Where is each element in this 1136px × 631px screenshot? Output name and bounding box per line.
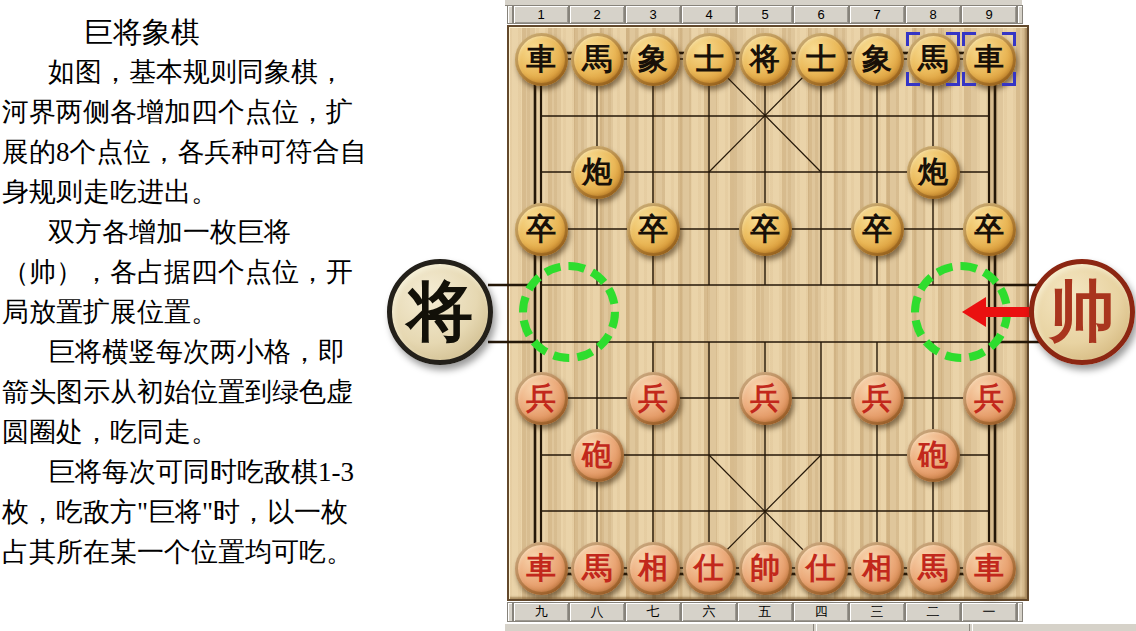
bracket-corner	[946, 32, 960, 46]
column-button-9[interactable]: 9	[961, 5, 1017, 24]
status-bar-divider	[969, 624, 973, 631]
rank-number-buttons: 九八七六五四三二一	[507, 602, 1023, 622]
status-bar	[505, 623, 1136, 631]
piece-red[interactable]: 砲	[907, 429, 960, 482]
bracket-corner	[946, 72, 960, 86]
bracket-corner	[962, 72, 976, 86]
bracket-corner	[906, 32, 920, 46]
rank-button-三[interactable]: 三	[849, 602, 905, 622]
column-button-8[interactable]: 8	[905, 5, 961, 24]
piece-red[interactable]: 帥	[739, 542, 792, 595]
piece-red[interactable]: 兵	[515, 372, 568, 425]
column-button-1[interactable]: 1	[513, 5, 569, 24]
rank-button-六[interactable]: 六	[681, 602, 737, 622]
piece-red[interactable]: 相	[851, 542, 904, 595]
move-arrow-head	[962, 297, 986, 327]
piece-red[interactable]: 車	[515, 542, 568, 595]
piece-black[interactable]: 卒	[963, 203, 1016, 256]
piece-red[interactable]: 馬	[907, 542, 960, 595]
piece-black[interactable]: 象	[627, 33, 680, 86]
piece-red[interactable]: 兵	[963, 372, 1016, 425]
piece-black[interactable]: 車	[515, 33, 568, 86]
rank-button-一[interactable]: 一	[961, 602, 1017, 622]
piece-red[interactable]: 兵	[627, 372, 680, 425]
piece-red[interactable]: 仕	[683, 542, 736, 595]
bracket-corner	[1002, 32, 1016, 46]
piece-black[interactable]: 卒	[851, 203, 904, 256]
green-dashed-circle	[519, 262, 619, 362]
rank-button-八[interactable]: 八	[569, 602, 625, 622]
rank-button-七[interactable]: 七	[625, 602, 681, 622]
column-number-buttons: 123456789	[507, 5, 1023, 24]
bracket-corner	[1002, 72, 1016, 86]
column-button-2[interactable]: 2	[569, 5, 625, 24]
rank-button-九[interactable]: 九	[513, 602, 569, 622]
column-button-6[interactable]: 6	[793, 5, 849, 24]
rank-button-四[interactable]: 四	[793, 602, 849, 622]
piece-red[interactable]: 兵	[739, 372, 792, 425]
bracket-corner	[906, 72, 920, 86]
status-bar-divider	[813, 624, 817, 631]
column-button-5[interactable]: 5	[737, 5, 793, 24]
piece-red[interactable]: 馬	[571, 542, 624, 595]
piece-red[interactable]: 車	[963, 542, 1016, 595]
button-row-stub	[1017, 5, 1023, 24]
piece-red[interactable]: 兵	[851, 372, 904, 425]
piece-black[interactable]: 卒	[515, 203, 568, 256]
column-button-3[interactable]: 3	[625, 5, 681, 24]
selection-bracket	[906, 32, 960, 86]
piece-black[interactable]: 士	[683, 33, 736, 86]
piece-black[interactable]: 炮	[907, 146, 960, 199]
column-button-7[interactable]: 7	[849, 5, 905, 24]
button-row-stub	[1017, 602, 1023, 622]
selection-bracket	[962, 32, 1016, 86]
piece-black[interactable]: 士	[795, 33, 848, 86]
piece-black[interactable]: 象	[851, 33, 904, 86]
rank-button-二[interactable]: 二	[905, 602, 961, 622]
piece-black[interactable]: 馬	[571, 33, 624, 86]
piece-black[interactable]: 将	[739, 33, 792, 86]
giant-general-black[interactable]: 将	[387, 259, 493, 365]
piece-black[interactable]: 炮	[571, 146, 624, 199]
piece-red[interactable]: 相	[627, 542, 680, 595]
piece-black[interactable]: 卒	[739, 203, 792, 256]
piece-black[interactable]: 卒	[627, 203, 680, 256]
rank-button-五[interactable]: 五	[737, 602, 793, 622]
giant-general-red[interactable]: 帅	[1029, 259, 1135, 365]
bracket-corner	[962, 32, 976, 46]
piece-red[interactable]: 仕	[795, 542, 848, 595]
piece-red[interactable]: 砲	[571, 429, 624, 482]
column-button-4[interactable]: 4	[681, 5, 737, 24]
